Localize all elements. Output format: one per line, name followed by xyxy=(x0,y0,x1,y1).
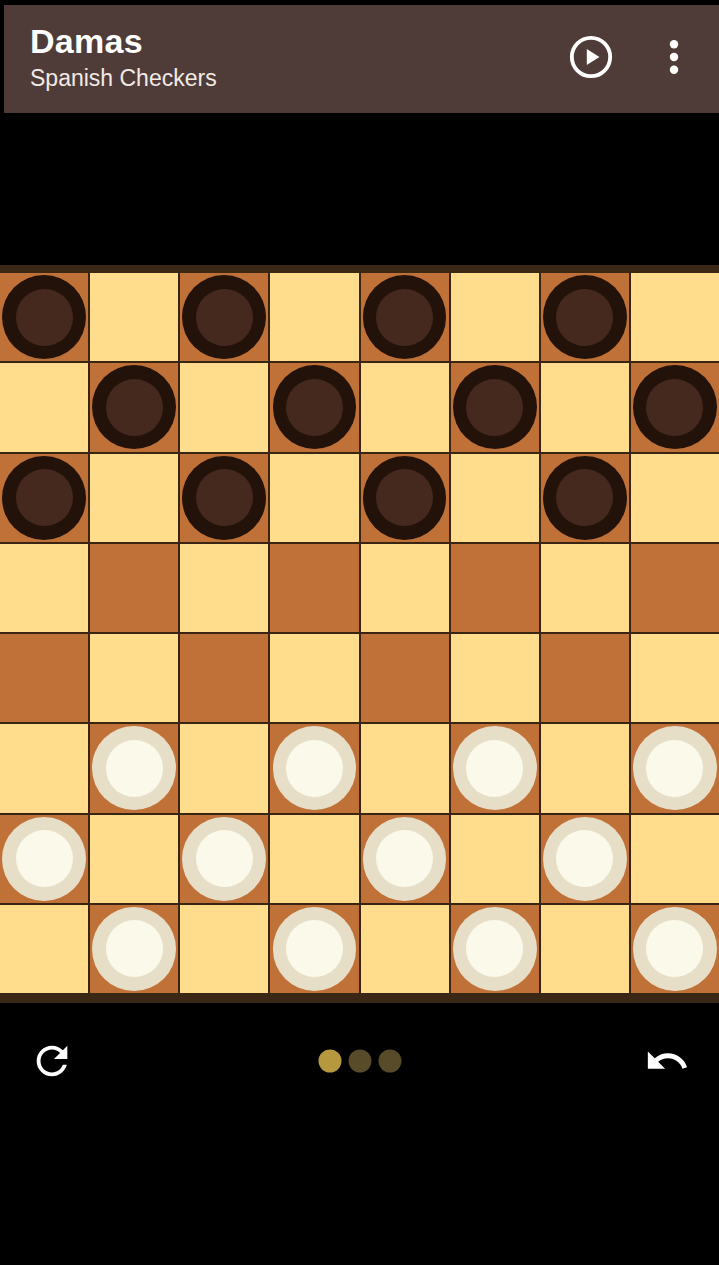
board-cell[interactable] xyxy=(361,634,449,722)
board-cell[interactable] xyxy=(270,724,358,812)
piece-inner xyxy=(466,379,523,436)
board-cell[interactable] xyxy=(631,363,719,451)
footer xyxy=(0,1033,719,1265)
board-cell xyxy=(90,273,178,361)
restart-button[interactable] xyxy=(28,1037,76,1085)
dark-piece[interactable] xyxy=(273,365,357,449)
white-piece[interactable] xyxy=(453,907,537,991)
piece-inner xyxy=(376,469,433,526)
board-cell xyxy=(361,905,449,993)
board-cell[interactable] xyxy=(90,363,178,451)
overflow-menu-button[interactable] xyxy=(650,33,698,81)
board-cell xyxy=(180,544,268,632)
white-piece[interactable] xyxy=(2,817,86,901)
board-cell[interactable] xyxy=(451,544,539,632)
board-cell[interactable] xyxy=(631,544,719,632)
screen-edge-left xyxy=(0,0,4,113)
board-cell xyxy=(180,363,268,451)
board-cell[interactable] xyxy=(0,634,88,722)
board-cell xyxy=(90,454,178,542)
board-cell xyxy=(451,634,539,722)
board-cell[interactable] xyxy=(270,905,358,993)
piece-inner xyxy=(556,289,613,346)
piece-inner xyxy=(16,469,73,526)
white-piece[interactable] xyxy=(633,907,717,991)
board-cell xyxy=(631,815,719,903)
board-cell xyxy=(631,454,719,542)
piece-inner xyxy=(106,379,163,436)
board-cell[interactable] xyxy=(451,363,539,451)
board-cell xyxy=(180,724,268,812)
title-block: Damas Spanish Checkers xyxy=(30,20,217,94)
dark-piece[interactable] xyxy=(92,365,176,449)
piece-inner xyxy=(556,830,613,887)
dark-piece[interactable] xyxy=(2,275,86,359)
board-cell xyxy=(270,273,358,361)
board-cell xyxy=(451,454,539,542)
board-cell xyxy=(451,815,539,903)
board-cell[interactable] xyxy=(0,454,88,542)
dark-piece[interactable] xyxy=(543,456,627,540)
piece-inner xyxy=(646,740,703,797)
undo-button[interactable] xyxy=(643,1037,691,1085)
board-frame-bottom xyxy=(0,993,719,1003)
board-cell xyxy=(631,273,719,361)
board-cell[interactable] xyxy=(361,273,449,361)
board-cell xyxy=(270,634,358,722)
board-cell[interactable] xyxy=(180,815,268,903)
board-cell xyxy=(0,724,88,812)
board-cell xyxy=(90,634,178,722)
board-cell[interactable] xyxy=(0,815,88,903)
page-dot xyxy=(348,1050,371,1073)
piece-inner xyxy=(106,740,163,797)
board-cell xyxy=(0,905,88,993)
board-cell[interactable] xyxy=(270,363,358,451)
board-cell xyxy=(180,905,268,993)
dark-piece[interactable] xyxy=(182,275,266,359)
board-cell[interactable] xyxy=(631,724,719,812)
controls-row xyxy=(0,1033,719,1089)
app-bar-actions xyxy=(567,33,698,81)
play-circle-icon xyxy=(568,34,614,80)
board-cell xyxy=(631,634,719,722)
piece-inner xyxy=(16,830,73,887)
board-cell xyxy=(451,273,539,361)
board-cell xyxy=(270,815,358,903)
board-cell[interactable] xyxy=(0,273,88,361)
page-indicator xyxy=(318,1050,401,1073)
piece-inner xyxy=(556,469,613,526)
board-cell[interactable] xyxy=(180,454,268,542)
board-cell[interactable] xyxy=(361,815,449,903)
board-cell xyxy=(541,544,629,632)
board-cell[interactable] xyxy=(451,905,539,993)
board-cell xyxy=(270,454,358,542)
page-dot xyxy=(378,1050,401,1073)
dark-piece[interactable] xyxy=(2,456,86,540)
dark-piece[interactable] xyxy=(453,365,537,449)
board-cell xyxy=(361,363,449,451)
piece-inner xyxy=(286,920,343,977)
board-cell xyxy=(0,363,88,451)
piece-inner xyxy=(16,289,73,346)
dark-piece[interactable] xyxy=(182,456,266,540)
piece-inner xyxy=(196,830,253,887)
piece-inner xyxy=(196,469,253,526)
play-button[interactable] xyxy=(567,33,615,81)
board-cell[interactable] xyxy=(541,815,629,903)
white-piece[interactable] xyxy=(543,817,627,901)
piece-inner xyxy=(286,740,343,797)
piece-inner xyxy=(646,379,703,436)
dark-piece[interactable] xyxy=(363,456,447,540)
piece-inner xyxy=(376,289,433,346)
board-cell[interactable] xyxy=(631,905,719,993)
white-piece[interactable] xyxy=(182,817,266,901)
board-cell[interactable] xyxy=(361,454,449,542)
board-cell[interactable] xyxy=(541,454,629,542)
dark-piece[interactable] xyxy=(363,275,447,359)
board-cell[interactable] xyxy=(180,634,268,722)
white-piece[interactable] xyxy=(273,907,357,991)
board-cell[interactable] xyxy=(90,905,178,993)
dark-piece[interactable] xyxy=(633,365,717,449)
white-piece[interactable] xyxy=(453,726,537,810)
board-cell xyxy=(541,363,629,451)
board[interactable] xyxy=(0,273,719,993)
white-piece[interactable] xyxy=(363,817,447,901)
board-cell[interactable] xyxy=(270,544,358,632)
dark-piece[interactable] xyxy=(543,275,627,359)
white-piece[interactable] xyxy=(92,907,176,991)
app-subtitle: Spanish Checkers xyxy=(30,62,217,94)
piece-inner xyxy=(286,379,343,436)
board-cell[interactable] xyxy=(541,634,629,722)
board-cell xyxy=(361,724,449,812)
white-piece[interactable] xyxy=(633,726,717,810)
piece-inner xyxy=(376,830,433,887)
board-cell[interactable] xyxy=(90,544,178,632)
board-cell[interactable] xyxy=(451,724,539,812)
board-frame-top xyxy=(0,265,719,273)
white-piece[interactable] xyxy=(92,726,176,810)
board-cell xyxy=(90,815,178,903)
board-cell[interactable] xyxy=(180,273,268,361)
board-cell xyxy=(0,544,88,632)
app-bar: Damas Spanish Checkers xyxy=(0,0,719,113)
board-cell[interactable] xyxy=(90,724,178,812)
app-title: Damas xyxy=(30,20,217,62)
board-cell[interactable] xyxy=(541,273,629,361)
restart-redo-icon xyxy=(29,1038,75,1084)
piece-inner xyxy=(466,920,523,977)
piece-inner xyxy=(646,920,703,977)
overflow-menu-icon xyxy=(652,35,696,79)
undo-icon xyxy=(644,1038,690,1084)
top-black-gap xyxy=(0,113,719,265)
board-cell xyxy=(361,544,449,632)
piece-inner xyxy=(196,289,253,346)
board-cell xyxy=(541,724,629,812)
page-dot xyxy=(318,1050,341,1073)
screen-edge-top xyxy=(0,0,719,5)
board-cell xyxy=(541,905,629,993)
piece-inner xyxy=(106,920,163,977)
piece-inner xyxy=(466,740,523,797)
white-piece[interactable] xyxy=(273,726,357,810)
